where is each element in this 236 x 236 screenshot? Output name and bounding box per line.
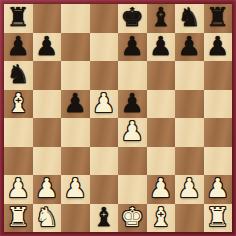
square-e5[interactable]: ♟: [118, 90, 147, 119]
square-b5[interactable]: [33, 90, 62, 119]
black-rook[interactable]: ♜: [206, 4, 229, 30]
white-pawn[interactable]: ♟: [178, 175, 201, 201]
square-h8[interactable]: ♜: [204, 4, 233, 33]
square-b7[interactable]: ♟: [33, 33, 62, 62]
square-g8[interactable]: ♞: [175, 4, 204, 33]
square-b6[interactable]: [33, 61, 62, 90]
black-knight[interactable]: ♞: [178, 4, 201, 30]
white-knight[interactable]: ♞: [35, 204, 58, 230]
white-pawn[interactable]: ♟: [7, 175, 30, 201]
black-knight[interactable]: ♞: [7, 61, 30, 87]
white-bishop[interactable]: ♝: [149, 204, 172, 230]
square-h7[interactable]: ♟: [204, 33, 233, 62]
white-pawn[interactable]: ♟: [149, 175, 172, 201]
square-f2[interactable]: ♟: [147, 175, 176, 204]
square-d3[interactable]: [90, 147, 119, 176]
black-pawn[interactable]: ♟: [178, 33, 201, 59]
square-g6[interactable]: [175, 61, 204, 90]
square-f7[interactable]: ♟: [147, 33, 176, 62]
square-e6[interactable]: [118, 61, 147, 90]
black-pawn[interactable]: ♟: [7, 33, 30, 59]
square-g4[interactable]: [175, 118, 204, 147]
black-king[interactable]: ♚: [121, 4, 144, 30]
square-b3[interactable]: [33, 147, 62, 176]
white-king[interactable]: ♚: [121, 204, 144, 230]
square-c3[interactable]: [61, 147, 90, 176]
black-bishop[interactable]: ♝: [149, 4, 172, 30]
black-rook[interactable]: ♜: [7, 4, 30, 30]
square-d1[interactable]: ♝: [90, 204, 119, 233]
square-f4[interactable]: [147, 118, 176, 147]
square-c7[interactable]: [61, 33, 90, 62]
square-g3[interactable]: [175, 147, 204, 176]
square-c6[interactable]: [61, 61, 90, 90]
white-rook[interactable]: ♜: [206, 204, 229, 230]
square-e1[interactable]: ♚: [118, 204, 147, 233]
chess-board: ♜♚♝♞♜♟♟♟♟♟♟♞♝♟♟♟♟♟♟♟♟♟♟♜♞♝♚♝♜: [4, 4, 232, 232]
square-h4[interactable]: [204, 118, 233, 147]
white-rook[interactable]: ♜: [7, 204, 30, 230]
square-d7[interactable]: [90, 33, 119, 62]
square-e3[interactable]: [118, 147, 147, 176]
white-pawn[interactable]: ♟: [121, 118, 144, 144]
square-a6[interactable]: ♞: [4, 61, 33, 90]
square-e7[interactable]: ♟: [118, 33, 147, 62]
black-pawn[interactable]: ♟: [121, 33, 144, 59]
white-pawn[interactable]: ♟: [92, 90, 115, 116]
square-b2[interactable]: ♟: [33, 175, 62, 204]
square-d5[interactable]: ♟: [90, 90, 119, 119]
square-a4[interactable]: [4, 118, 33, 147]
black-pawn[interactable]: ♟: [149, 33, 172, 59]
square-a5[interactable]: ♝: [4, 90, 33, 119]
black-bishop[interactable]: ♝: [92, 204, 115, 230]
square-a1[interactable]: ♜: [4, 204, 33, 233]
square-h5[interactable]: [204, 90, 233, 119]
square-g5[interactable]: [175, 90, 204, 119]
square-e2[interactable]: [118, 175, 147, 204]
square-c8[interactable]: [61, 4, 90, 33]
square-f8[interactable]: ♝: [147, 4, 176, 33]
square-h3[interactable]: [204, 147, 233, 176]
square-a7[interactable]: ♟: [4, 33, 33, 62]
square-c2[interactable]: ♟: [61, 175, 90, 204]
black-pawn[interactable]: ♟: [35, 33, 58, 59]
square-h6[interactable]: [204, 61, 233, 90]
square-g1[interactable]: [175, 204, 204, 233]
black-pawn[interactable]: ♟: [64, 90, 87, 116]
square-d4[interactable]: [90, 118, 119, 147]
square-d8[interactable]: [90, 4, 119, 33]
square-e4[interactable]: ♟: [118, 118, 147, 147]
square-e8[interactable]: ♚: [118, 4, 147, 33]
square-f3[interactable]: [147, 147, 176, 176]
black-pawn[interactable]: ♟: [121, 90, 144, 116]
white-pawn[interactable]: ♟: [35, 175, 58, 201]
square-f6[interactable]: [147, 61, 176, 90]
square-g7[interactable]: ♟: [175, 33, 204, 62]
square-h1[interactable]: ♜: [204, 204, 233, 233]
square-b4[interactable]: [33, 118, 62, 147]
square-c5[interactable]: ♟: [61, 90, 90, 119]
square-d2[interactable]: [90, 175, 119, 204]
square-a3[interactable]: [4, 147, 33, 176]
square-c4[interactable]: [61, 118, 90, 147]
square-c1[interactable]: [61, 204, 90, 233]
board-frame: ♜♚♝♞♜♟♟♟♟♟♟♞♝♟♟♟♟♟♟♟♟♟♟♜♞♝♚♝♜: [0, 0, 236, 236]
square-b1[interactable]: ♞: [33, 204, 62, 233]
white-pawn[interactable]: ♟: [206, 175, 229, 201]
square-a2[interactable]: ♟: [4, 175, 33, 204]
square-g2[interactable]: ♟: [175, 175, 204, 204]
square-b8[interactable]: [33, 4, 62, 33]
square-f5[interactable]: [147, 90, 176, 119]
square-d6[interactable]: [90, 61, 119, 90]
square-a8[interactable]: ♜: [4, 4, 33, 33]
square-h2[interactable]: ♟: [204, 175, 233, 204]
square-f1[interactable]: ♝: [147, 204, 176, 233]
white-bishop[interactable]: ♝: [7, 90, 30, 116]
black-pawn[interactable]: ♟: [206, 33, 229, 59]
white-pawn[interactable]: ♟: [64, 175, 87, 201]
